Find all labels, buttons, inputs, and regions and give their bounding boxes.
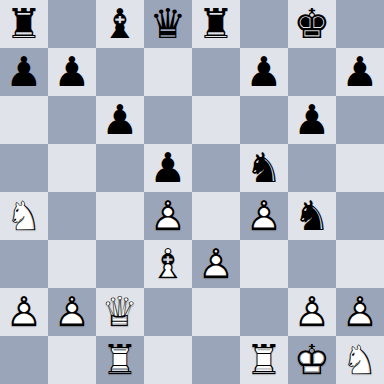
piece-outline-glyph: ♖ (96, 336, 144, 384)
square-e7[interactable] (192, 48, 240, 96)
piece-fill-glyph: ♜ (0, 0, 48, 48)
piece-black-bishop[interactable]: ♝ (96, 0, 144, 48)
square-h8[interactable] (336, 0, 384, 48)
piece-outline-glyph: ♙ (144, 192, 192, 240)
piece-fill-glyph: ♞ (240, 144, 288, 192)
square-e4[interactable] (192, 192, 240, 240)
square-f1[interactable]: ♜♖ (240, 336, 288, 384)
square-h6[interactable] (336, 96, 384, 144)
piece-outline-glyph: ♖ (240, 336, 288, 384)
square-a1[interactable] (0, 336, 48, 384)
square-f5[interactable]: ♞ (240, 144, 288, 192)
piece-black-rook[interactable]: ♜ (192, 0, 240, 48)
piece-fill-glyph: ♟ (336, 48, 384, 96)
square-a4[interactable]: ♞♘ (0, 192, 48, 240)
square-a3[interactable] (0, 240, 48, 288)
piece-black-pawn[interactable]: ♟ (96, 96, 144, 144)
piece-white-pawn[interactable]: ♟♙ (288, 288, 336, 336)
piece-outline-glyph: ♘ (336, 336, 384, 384)
piece-white-bishop[interactable]: ♝♗ (144, 240, 192, 288)
square-g7[interactable] (288, 48, 336, 96)
piece-black-pawn[interactable]: ♟ (240, 48, 288, 96)
piece-white-pawn[interactable]: ♟♙ (48, 288, 96, 336)
square-h4[interactable] (336, 192, 384, 240)
piece-fill-glyph: ♛ (144, 0, 192, 48)
piece-white-pawn[interactable]: ♟♙ (0, 288, 48, 336)
square-h3[interactable] (336, 240, 384, 288)
piece-white-pawn[interactable]: ♟♙ (240, 192, 288, 240)
square-e3[interactable]: ♟♙ (192, 240, 240, 288)
piece-black-rook[interactable]: ♜ (0, 0, 48, 48)
piece-white-pawn[interactable]: ♟♙ (336, 288, 384, 336)
piece-outline-glyph: ♙ (0, 288, 48, 336)
piece-outline-glyph: ♙ (48, 288, 96, 336)
piece-outline-glyph: ♙ (240, 192, 288, 240)
piece-white-knight[interactable]: ♞♘ (336, 336, 384, 384)
square-f2[interactable] (240, 288, 288, 336)
square-c3[interactable] (96, 240, 144, 288)
piece-black-pawn[interactable]: ♟ (144, 144, 192, 192)
piece-black-knight[interactable]: ♞ (240, 144, 288, 192)
square-a2[interactable]: ♟♙ (0, 288, 48, 336)
piece-black-pawn[interactable]: ♟ (0, 48, 48, 96)
square-h1[interactable]: ♞♘ (336, 336, 384, 384)
piece-black-pawn[interactable]: ♟ (288, 96, 336, 144)
square-b7[interactable]: ♟ (48, 48, 96, 96)
piece-white-knight[interactable]: ♞♘ (0, 192, 48, 240)
piece-outline-glyph: ♙ (192, 240, 240, 288)
square-b1[interactable] (48, 336, 96, 384)
square-c6[interactable]: ♟ (96, 96, 144, 144)
square-c5[interactable] (96, 144, 144, 192)
square-d6[interactable] (144, 96, 192, 144)
square-g6[interactable]: ♟ (288, 96, 336, 144)
piece-outline-glyph: ♕ (96, 288, 144, 336)
piece-fill-glyph: ♟ (96, 96, 144, 144)
piece-fill-glyph: ♟ (288, 96, 336, 144)
square-a8[interactable]: ♜ (0, 0, 48, 48)
piece-white-rook[interactable]: ♜♖ (96, 336, 144, 384)
piece-fill-glyph: ♞ (288, 192, 336, 240)
square-g4[interactable]: ♞ (288, 192, 336, 240)
piece-fill-glyph: ♟ (240, 48, 288, 96)
piece-black-queen[interactable]: ♛ (144, 0, 192, 48)
piece-white-queen[interactable]: ♛♕ (96, 288, 144, 336)
square-g8[interactable]: ♚ (288, 0, 336, 48)
square-g5[interactable] (288, 144, 336, 192)
square-f3[interactable] (240, 240, 288, 288)
square-b4[interactable] (48, 192, 96, 240)
square-b6[interactable] (48, 96, 96, 144)
square-c4[interactable] (96, 192, 144, 240)
square-g1[interactable]: ♚♔ (288, 336, 336, 384)
square-c7[interactable] (96, 48, 144, 96)
square-d4[interactable]: ♟♙ (144, 192, 192, 240)
square-h7[interactable]: ♟ (336, 48, 384, 96)
square-d8[interactable]: ♛ (144, 0, 192, 48)
square-f7[interactable]: ♟ (240, 48, 288, 96)
piece-fill-glyph: ♜ (192, 0, 240, 48)
piece-outline-glyph: ♙ (288, 288, 336, 336)
square-c1[interactable]: ♜♖ (96, 336, 144, 384)
chess-board: ♜♝♛♜♚♟♟♟♟♟♟♟♞♞♘♟♙♟♙♞♝♗♟♙♟♙♟♙♛♕♟♙♟♙♜♖♜♖♚♔… (0, 0, 384, 384)
piece-fill-glyph: ♝ (96, 0, 144, 48)
piece-white-king[interactable]: ♚♔ (288, 336, 336, 384)
square-e2[interactable] (192, 288, 240, 336)
square-h2[interactable]: ♟♙ (336, 288, 384, 336)
piece-black-pawn[interactable]: ♟ (48, 48, 96, 96)
piece-fill-glyph: ♟ (48, 48, 96, 96)
square-d1[interactable] (144, 336, 192, 384)
piece-white-pawn[interactable]: ♟♙ (144, 192, 192, 240)
square-g2[interactable]: ♟♙ (288, 288, 336, 336)
piece-outline-glyph: ♔ (288, 336, 336, 384)
piece-fill-glyph: ♟ (144, 144, 192, 192)
square-d2[interactable] (144, 288, 192, 336)
piece-outline-glyph: ♘ (0, 192, 48, 240)
square-f6[interactable] (240, 96, 288, 144)
piece-black-knight[interactable]: ♞ (288, 192, 336, 240)
piece-fill-glyph: ♟ (0, 48, 48, 96)
square-e5[interactable] (192, 144, 240, 192)
square-a5[interactable] (0, 144, 48, 192)
piece-white-rook[interactable]: ♜♖ (240, 336, 288, 384)
piece-black-king[interactable]: ♚ (288, 0, 336, 48)
piece-black-pawn[interactable]: ♟ (336, 48, 384, 96)
square-e8[interactable]: ♜ (192, 0, 240, 48)
square-e6[interactable] (192, 96, 240, 144)
piece-fill-glyph: ♚ (288, 0, 336, 48)
square-h5[interactable] (336, 144, 384, 192)
square-b8[interactable] (48, 0, 96, 48)
square-c2[interactable]: ♛♕ (96, 288, 144, 336)
piece-white-pawn[interactable]: ♟♙ (192, 240, 240, 288)
square-f4[interactable]: ♟♙ (240, 192, 288, 240)
square-c8[interactable]: ♝ (96, 0, 144, 48)
square-f8[interactable] (240, 0, 288, 48)
square-b2[interactable]: ♟♙ (48, 288, 96, 336)
square-d5[interactable]: ♟ (144, 144, 192, 192)
square-e1[interactable] (192, 336, 240, 384)
square-b3[interactable] (48, 240, 96, 288)
square-a6[interactable] (0, 96, 48, 144)
piece-outline-glyph: ♗ (144, 240, 192, 288)
square-b5[interactable] (48, 144, 96, 192)
piece-outline-glyph: ♙ (336, 288, 384, 336)
square-g3[interactable] (288, 240, 336, 288)
square-d3[interactable]: ♝♗ (144, 240, 192, 288)
square-d7[interactable] (144, 48, 192, 96)
square-a7[interactable]: ♟ (0, 48, 48, 96)
